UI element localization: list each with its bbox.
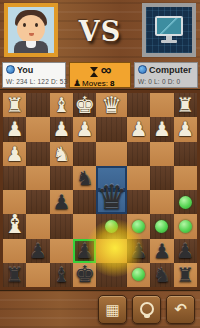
board-menu-button[interactable]: ▦ [98,295,127,324]
square-g6[interactable] [26,214,49,238]
player-record: W: 0 L: 0 D: 0 [138,76,194,88]
piece-wP-h3[interactable]: ♟ [6,144,24,164]
moves-label: Moves: [82,79,108,88]
piece-bP-e7[interactable]: ♟ [76,241,94,261]
lightbulb-icon [140,302,154,316]
square-b4[interactable] [150,166,173,190]
square-d7[interactable] [96,239,126,263]
player-icon [138,65,147,74]
piece-wK-e1[interactable]: ♚ [74,94,95,117]
square-b3[interactable] [150,142,173,166]
piece-bP-f5[interactable]: ♟ [52,192,70,212]
piece-wP-b2[interactable]: ♟ [153,119,171,139]
square-b2[interactable]: ♟ [150,117,173,141]
piece-bP-b7[interactable]: ♟ [153,241,171,261]
square-c1[interactable] [127,93,150,117]
square-a1[interactable]: ♜ [174,93,197,117]
piece-wR-a1[interactable]: ♜ [176,95,194,115]
square-f5[interactable]: ♟ [50,190,73,214]
square-h7[interactable] [3,239,26,263]
hint-button[interactable] [132,295,161,324]
square-h3[interactable]: ♟ [3,142,26,166]
square-e4[interactable]: ♞ [73,166,96,190]
square-d1[interactable]: ♛ [96,93,126,117]
monitor-base [161,40,177,43]
square-a5[interactable] [174,190,197,214]
square-a4[interactable] [174,166,197,190]
square-a7[interactable]: ♟ [174,239,197,263]
piece-bR-a8[interactable]: ♜ [176,265,194,285]
piece-wP-c2[interactable]: ♟ [130,119,148,139]
square-f4[interactable] [50,166,73,190]
legal-move-dot[interactable] [132,220,145,233]
square-g7[interactable]: ♟ [26,239,49,263]
square-d3[interactable] [96,142,126,166]
legal-move-dot[interactable] [179,196,192,209]
square-a3[interactable] [174,142,197,166]
piece-bK-e8[interactable]: ♚ [74,263,95,286]
piece-bP-g7[interactable]: ♟ [29,241,47,261]
square-h1[interactable]: ♜ [3,93,26,117]
player-info-computer: Computer W: 0 L: 0 D: 0 [134,62,198,88]
square-c4[interactable] [127,166,150,190]
square-a2[interactable]: ♟ [174,117,197,141]
square-c7[interactable]: ♟ [127,239,150,263]
square-c2[interactable]: ♟ [127,117,150,141]
piece-wP-e2[interactable]: ♟ [76,119,94,139]
square-f8[interactable]: ♝ [50,263,73,287]
square-e7[interactable]: ♟ [73,239,96,263]
player-name: Computer [149,65,192,75]
piece-bP-c7[interactable]: ♟ [130,241,148,261]
piece-wP-a2[interactable]: ♟ [176,119,194,139]
chess-board[interactable]: ♜♝♚♛♜♟♟♟♟♟♟♟♞♞♟♛♝♟♟♟♟♟♜♝♚♞♜ [3,93,197,287]
square-b6[interactable] [150,214,173,238]
square-d8[interactable] [96,263,126,287]
square-b7[interactable]: ♟ [150,239,173,263]
square-e1[interactable]: ♚ [73,93,96,117]
square-d2[interactable] [96,117,126,141]
square-e2[interactable]: ♟ [73,117,96,141]
chess-app: VS You W: 234 L: 122 D: 53 ∞ ♟Moves: 8 C… [0,0,200,328]
square-b5[interactable] [150,190,173,214]
piece-bB-f8[interactable]: ♝ [52,265,70,285]
square-h2[interactable]: ♟ [3,117,26,141]
piece-bR-h8[interactable]: ♜ [6,265,24,285]
legal-move-dot[interactable] [132,268,145,281]
player-info-you: You W: 234 L: 122 D: 53 [2,62,66,88]
square-f2[interactable]: ♟ [50,117,73,141]
piece-wR-h1[interactable]: ♜ [6,95,24,115]
square-g2[interactable] [26,117,49,141]
piece-bN-e4[interactable]: ♞ [76,168,94,188]
square-d6[interactable] [96,214,126,238]
bottom-toolbar: ▦ ↶ [0,290,200,328]
square-c3[interactable] [127,142,150,166]
player-name: You [17,65,33,75]
piece-wQ-d1[interactable]: ♛ [101,94,122,117]
square-f6[interactable] [50,214,73,238]
square-e8[interactable]: ♚ [73,263,96,287]
square-g8[interactable] [26,263,49,287]
square-e6[interactable] [73,214,96,238]
monitor-icon [155,16,183,36]
chess-board-frame: ♜♝♚♛♜♟♟♟♟♟♟♟♞♞♟♛♝♟♟♟♟♟♜♝♚♞♜ [0,90,200,290]
piece-wP-h2[interactable]: ♟ [6,119,24,139]
square-f3[interactable]: ♞ [50,142,73,166]
square-b8[interactable]: ♞ [150,263,173,287]
player-icon [6,65,15,74]
square-h6[interactable]: ♝ [3,214,26,238]
hourglass-icon [90,67,98,72]
legal-move-dot[interactable] [105,220,118,233]
piece-bN-b8[interactable]: ♞ [153,265,171,285]
board-grid-icon: ▦ [105,302,119,317]
piece-bP-a7[interactable]: ♟ [176,241,194,261]
square-g5[interactable] [26,190,49,214]
undo-button[interactable]: ↶ [166,295,195,324]
piece-bQ-d5[interactable]: ♛ [96,180,126,214]
square-d5[interactable]: ♛ [96,190,126,214]
square-f7[interactable] [50,239,73,263]
square-g3[interactable] [26,142,49,166]
square-g1[interactable] [26,93,49,117]
computer-avatar [142,3,196,57]
square-c6[interactable] [127,214,150,238]
square-g4[interactable] [26,166,49,190]
square-b1[interactable] [150,93,173,117]
piece-wB-h6[interactable]: ♝ [3,211,26,237]
moves-value: 8 [110,79,114,88]
square-c8[interactable] [127,263,150,287]
piece-wB-f1[interactable]: ♝ [52,95,70,115]
square-e5[interactable] [73,190,96,214]
undo-arrow-icon: ↶ [174,302,187,317]
square-a6[interactable] [174,214,197,238]
square-a8[interactable]: ♜ [174,263,197,287]
square-h8[interactable]: ♜ [3,263,26,287]
square-e3[interactable] [73,142,96,166]
legal-move-dot[interactable] [155,220,168,233]
square-c5[interactable] [127,190,150,214]
square-f1[interactable]: ♝ [50,93,73,117]
piece-wP-f2[interactable]: ♟ [52,119,70,139]
square-h4[interactable] [3,166,26,190]
pawn-icon: ♟ [73,78,81,88]
legal-move-dot[interactable] [179,220,192,233]
time-unlimited: ∞ [101,64,112,75]
piece-wN-f3[interactable]: ♞ [52,144,70,164]
player-record: W: 234 L: 122 D: 53 [6,76,62,88]
game-status-bar: ∞ ♟Moves: 8 [69,62,131,88]
